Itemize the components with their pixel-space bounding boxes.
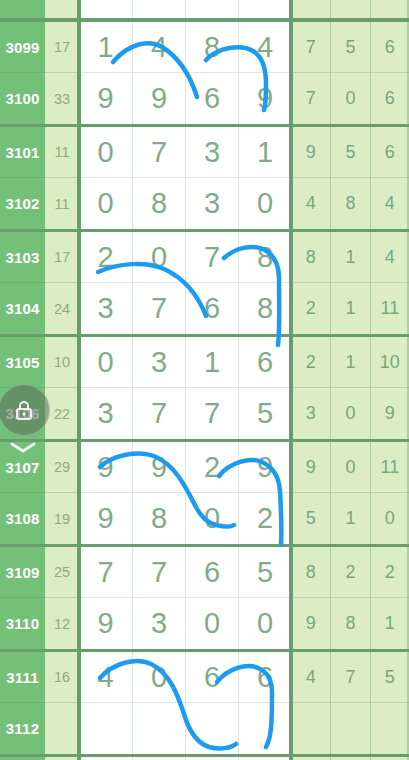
stat-cell: 0 <box>330 388 369 439</box>
stat-cell: 5 <box>370 652 409 703</box>
sum-cell: 22 <box>45 388 79 439</box>
stat-cell: 11 <box>370 442 409 493</box>
digit-cell: 9 <box>238 442 291 493</box>
draw-number-cell: 3104 <box>0 283 45 334</box>
digit-cell: 1 <box>238 127 291 178</box>
draw-history-screen: 6467309917148475631003399697063101110731… <box>0 0 409 760</box>
digit-cell <box>132 703 185 754</box>
digit-cell: 5 <box>238 547 291 598</box>
sum-cell: 17 <box>45 232 79 283</box>
stat-cell: 5 <box>291 493 330 544</box>
stat-cell: 4 <box>370 232 409 283</box>
stat-cell: 10 <box>370 337 409 388</box>
stat-cell <box>370 703 409 754</box>
digit-cell: 6 <box>185 73 238 124</box>
table-row: 3112 <box>0 703 409 754</box>
stat-cell <box>370 0 409 18</box>
digit-cell <box>79 703 132 754</box>
stat-cell: 5 <box>330 22 369 73</box>
digit-cell: 9 <box>79 73 132 124</box>
stat-cell: 1 <box>370 598 409 649</box>
digit-cell: 9 <box>79 442 132 493</box>
stat-cell: 1 <box>330 283 369 334</box>
stat-cell: 7 <box>330 652 369 703</box>
digit-cell: 6 <box>185 547 238 598</box>
digit-cell: 3 <box>132 598 185 649</box>
stat-cell <box>291 703 330 754</box>
stat-cell: 4 <box>291 178 330 229</box>
digit-cell: 0 <box>185 598 238 649</box>
table-row: 3108199802510 <box>0 493 409 544</box>
digit-cell: 7 <box>238 0 291 18</box>
table-row: 3106223775309 <box>0 388 409 439</box>
digit-cell: 9 <box>132 442 185 493</box>
right-section-border <box>289 0 293 760</box>
stat-cell: 11 <box>370 283 409 334</box>
table-row: 31072999299011 <box>0 442 409 493</box>
digit-cell: 0 <box>132 232 185 283</box>
digit-cell: 3 <box>79 283 132 334</box>
digit-cell: 6 <box>185 283 238 334</box>
partial-digit: 6 <box>204 0 220 8</box>
stat-cell: 7 <box>291 73 330 124</box>
digit-cell: 3 <box>132 337 185 388</box>
partial-digit: 4 <box>151 0 167 8</box>
digit-cell: 8 <box>185 22 238 73</box>
stat-cell: 9 <box>291 127 330 178</box>
digit-cell: 0 <box>185 493 238 544</box>
digit-cell: 0 <box>79 337 132 388</box>
sum-cell: 16 <box>45 652 79 703</box>
digit-cell: 7 <box>185 232 238 283</box>
stat-cell: 6 <box>370 73 409 124</box>
draw-number-cell: 3099 <box>0 22 45 73</box>
stat-cell: 0 <box>370 493 409 544</box>
digit-cell: 7 <box>132 388 185 439</box>
table-row: 31051003162110 <box>0 337 409 388</box>
draw-number-cell: 3101 <box>0 127 45 178</box>
table-row: 3110129300981 <box>0 598 409 649</box>
sum-cell: 33 <box>45 73 79 124</box>
sum-cell: 11 <box>45 178 79 229</box>
draw-number-cell: 3108 <box>0 493 45 544</box>
collapse-handle[interactable] <box>8 440 38 458</box>
stat-cell: 2 <box>330 547 369 598</box>
draw-number-cell: 3103 <box>0 232 45 283</box>
lock-icon <box>11 397 37 423</box>
digit-cell: 7 <box>185 388 238 439</box>
table-row: 3100339969706 <box>0 73 409 124</box>
digit-cell: 2 <box>185 442 238 493</box>
sum-cell <box>45 703 79 754</box>
digit-cell: 9 <box>79 598 132 649</box>
digit-cell <box>238 703 291 754</box>
sum-cell: 12 <box>45 598 79 649</box>
digit-cell: 9 <box>132 73 185 124</box>
digit-cell: 0 <box>132 652 185 703</box>
stat-cell: 9 <box>291 598 330 649</box>
chevron-down-icon <box>8 442 38 454</box>
stat-cell: 1 <box>330 337 369 388</box>
digit-cell: 9 <box>238 73 291 124</box>
sum-cell: 19 <box>45 493 79 544</box>
draw-number-cell <box>0 0 45 18</box>
digit-cell: 6 <box>238 337 291 388</box>
digit-cell: 7 <box>79 547 132 598</box>
table-row: 3102110830484 <box>0 178 409 229</box>
stat-cell: 8 <box>291 232 330 283</box>
digit-cell: 8 <box>132 178 185 229</box>
digit-cell: 0 <box>238 598 291 649</box>
sum-cell: 17 <box>45 22 79 73</box>
digit-cell: 3 <box>79 388 132 439</box>
stat-cell: 5 <box>330 127 369 178</box>
stat-cell: 9 <box>370 388 409 439</box>
sum-cell: 29 <box>45 442 79 493</box>
partial-digit: 7 <box>257 0 273 8</box>
digit-cell: 0 <box>238 178 291 229</box>
partial-top-row: 6467 <box>0 0 409 18</box>
stat-cell: 9 <box>291 442 330 493</box>
draw-number-cell: 3110 <box>0 598 45 649</box>
digit-cell: 4 <box>132 0 185 18</box>
stat-cell: 3 <box>291 388 330 439</box>
sum-cell <box>45 0 79 18</box>
digit-cell: 4 <box>79 652 132 703</box>
draw-number-cell: 3100 <box>0 73 45 124</box>
draw-number-cell: 3105 <box>0 337 45 388</box>
digit-cell: 2 <box>238 493 291 544</box>
digit-cell: 7 <box>132 283 185 334</box>
left-section-border <box>77 0 81 760</box>
partial-digit: 6 <box>97 0 113 8</box>
stat-cell: 8 <box>330 598 369 649</box>
sum-cell: 24 <box>45 283 79 334</box>
digit-cell: 6 <box>79 0 132 18</box>
digit-cell <box>185 703 238 754</box>
sum-cell: 25 <box>45 547 79 598</box>
stat-cell: 0 <box>330 442 369 493</box>
stat-cell: 4 <box>291 652 330 703</box>
digit-cell: 8 <box>238 283 291 334</box>
stat-cell <box>291 0 330 18</box>
table-row: 3109257765822 <box>0 547 409 598</box>
stat-cell: 8 <box>330 178 369 229</box>
table-row: 3099171484756 <box>0 22 409 73</box>
table-row: 3101110731956 <box>0 127 409 178</box>
draw-number-cell: 3102 <box>0 178 45 229</box>
stat-cell: 4 <box>370 178 409 229</box>
digit-cell: 0 <box>79 178 132 229</box>
digit-cell: 8 <box>132 493 185 544</box>
digit-cell: 4 <box>238 22 291 73</box>
digit-cell: 0 <box>79 127 132 178</box>
digit-cell: 7 <box>132 547 185 598</box>
digit-cell: 5 <box>238 388 291 439</box>
table-row: 3111164066475 <box>0 652 409 703</box>
sum-cell: 11 <box>45 127 79 178</box>
table-row: 31042437682111 <box>0 283 409 334</box>
sum-cell: 10 <box>45 337 79 388</box>
lock-button[interactable] <box>0 384 50 436</box>
stat-cell <box>330 0 369 18</box>
stat-cell: 7 <box>291 22 330 73</box>
draw-number-cell: 3111 <box>0 652 45 703</box>
stat-cell: 6 <box>370 22 409 73</box>
digit-cell: 8 <box>238 232 291 283</box>
stat-cell: 2 <box>291 283 330 334</box>
stat-cell: 6 <box>370 127 409 178</box>
digit-cell: 3 <box>185 127 238 178</box>
number-grid-board[interactable]: 6467309917148475631003399697063101110731… <box>0 0 409 760</box>
digit-cell: 3 <box>185 178 238 229</box>
digit-cell: 1 <box>79 22 132 73</box>
digit-cell: 1 <box>185 337 238 388</box>
digit-cell: 9 <box>79 493 132 544</box>
draw-number-cell: 3109 <box>0 547 45 598</box>
stat-cell: 8 <box>291 547 330 598</box>
stat-cell <box>330 703 369 754</box>
digit-cell: 6 <box>185 0 238 18</box>
table-row: 3103172078814 <box>0 232 409 283</box>
digit-cell: 2 <box>79 232 132 283</box>
stat-cell: 2 <box>291 337 330 388</box>
digit-cell: 6 <box>185 652 238 703</box>
stat-cell: 1 <box>330 232 369 283</box>
stat-cell: 1 <box>330 493 369 544</box>
draw-number-cell: 3112 <box>0 703 45 754</box>
stat-cell: 2 <box>370 547 409 598</box>
digit-cell: 4 <box>132 22 185 73</box>
digit-cell: 6 <box>238 652 291 703</box>
stat-cell: 0 <box>330 73 369 124</box>
digit-cell: 7 <box>132 127 185 178</box>
